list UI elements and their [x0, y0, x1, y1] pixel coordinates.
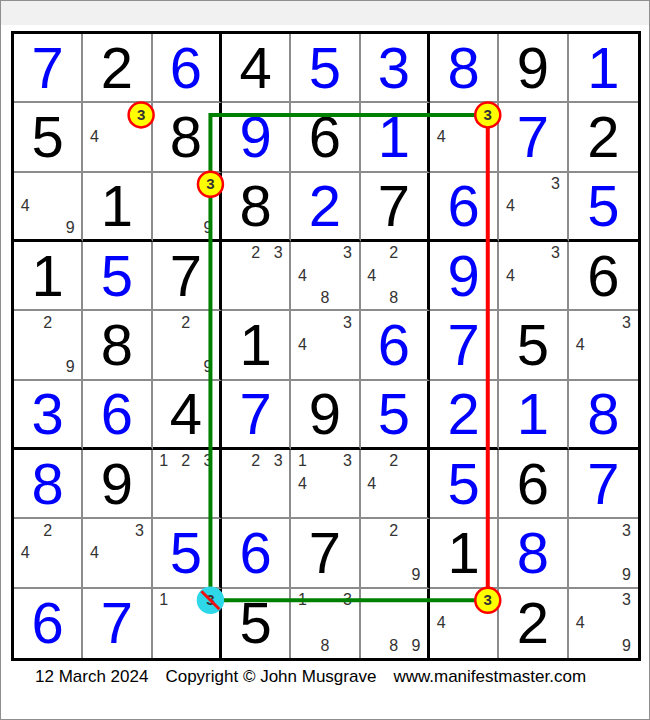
pencil-marks: 248	[361, 242, 427, 309]
candidate-3: 3	[197, 173, 219, 195]
cell-value: 7	[569, 450, 638, 517]
pencil-marks: 34	[430, 103, 497, 170]
cell-value: 9	[222, 103, 289, 170]
candidate-3: 3	[475, 103, 497, 125]
cell-value: 6	[83, 381, 150, 447]
pencil-marks: 23	[222, 450, 289, 517]
cell-r3c9[interactable]: 5	[569, 173, 638, 242]
cell-r2c2[interactable]: 34	[83, 103, 152, 172]
pencil-marks: 34	[499, 242, 566, 309]
cell-r3c1[interactable]: 49	[14, 173, 83, 242]
cell-value: 7	[14, 34, 81, 101]
cell-value: 6	[361, 311, 427, 378]
cell-r9c3[interactable]: 13	[153, 589, 222, 658]
candidate-3: 3	[475, 589, 497, 612]
sudoku-board: 7264538915348961347249139827634515723348…	[11, 31, 641, 661]
cell-r9c6[interactable]: 89	[361, 589, 430, 658]
pencil-marks: 13	[153, 589, 219, 658]
footer-copyright: Copyright © John Musgrave	[165, 667, 376, 687]
cell-r2c1[interactable]: 5	[14, 103, 83, 172]
cell-r2c4[interactable]: 9	[222, 103, 291, 172]
cell-r2c5[interactable]: 6	[291, 103, 360, 172]
candidate-4: 4	[14, 542, 36, 564]
cell-r8c4[interactable]: 6	[222, 519, 291, 588]
cell-value: 5	[83, 242, 150, 309]
cell-r8c7[interactable]: 1	[430, 519, 499, 588]
cell-value: 2	[430, 381, 497, 447]
cell-value: 8	[569, 381, 638, 447]
cell-r1c4[interactable]: 4	[222, 34, 291, 103]
candidate-3: 3	[615, 589, 638, 612]
candidate-9: 9	[615, 564, 638, 586]
cell-r2c3[interactable]: 8	[153, 103, 222, 172]
cell-r2c6[interactable]: 1	[361, 103, 430, 172]
cell-r3c8[interactable]: 34	[499, 173, 568, 242]
pencil-marks: 34	[291, 311, 358, 378]
candidate-3: 3	[336, 311, 358, 333]
cell-value: 9	[430, 242, 497, 309]
cell-r4c7[interactable]: 9	[430, 242, 499, 311]
cell-value: 6	[14, 589, 81, 658]
candidate-3: 3	[197, 589, 219, 612]
cell-value: 1	[569, 34, 638, 101]
cell-value: 6	[153, 34, 219, 101]
cell-r3c3[interactable]: 39	[153, 173, 222, 242]
candidate-3: 3	[615, 519, 638, 541]
pencil-marks: 123	[153, 450, 219, 517]
cell-r7c6[interactable]: 24	[361, 450, 430, 519]
footer-date: 12 March 2024	[35, 667, 148, 687]
cell-r7c8[interactable]: 6	[499, 450, 568, 519]
pencil-marks: 39	[569, 519, 638, 586]
cell-value: 8	[430, 34, 497, 101]
candidate-4: 4	[430, 612, 452, 635]
candidate-2: 2	[36, 519, 58, 541]
cell-r6c9[interactable]: 8	[569, 381, 638, 450]
cell-value: 2	[291, 173, 358, 239]
candidate-3: 3	[267, 450, 289, 472]
cell-r8c2[interactable]: 34	[83, 519, 152, 588]
cell-value: 2	[499, 589, 566, 658]
candidate-3: 3	[544, 173, 566, 195]
cell-r5c9[interactable]: 34	[569, 311, 638, 380]
footer-website: www.manifestmaster.com	[393, 667, 586, 687]
cell-r5c3[interactable]: 29	[153, 311, 222, 380]
cell-value: 6	[569, 242, 638, 309]
cell-r4c1[interactable]: 1	[14, 242, 83, 311]
candidate-2: 2	[383, 450, 405, 472]
pencil-marks: 348	[291, 242, 358, 309]
cell-r4c6[interactable]: 248	[361, 242, 430, 311]
cell-r3c4[interactable]: 8	[222, 173, 291, 242]
cell-value: 1	[430, 519, 497, 586]
cell-r1c6[interactable]: 3	[361, 34, 430, 103]
candidate-4: 4	[291, 334, 313, 356]
cell-value: 3	[361, 34, 427, 101]
candidate-3: 3	[267, 242, 289, 264]
candidate-2: 2	[175, 450, 197, 472]
pencil-marks: 29	[14, 311, 81, 378]
cell-r4c3[interactable]: 7	[153, 242, 222, 311]
candidate-9: 9	[405, 635, 427, 658]
candidate-9: 9	[405, 564, 427, 586]
footer: 12 March 2024 Copyright © John Musgrave …	[35, 667, 586, 687]
cell-r8c8[interactable]: 8	[499, 519, 568, 588]
cell-value: 9	[291, 381, 358, 447]
cell-value: 7	[499, 103, 566, 170]
pencil-marks: 349	[569, 589, 638, 658]
cell-value: 6	[291, 103, 358, 170]
cell-value: 1	[499, 381, 566, 447]
cell-r4c2[interactable]: 5	[83, 242, 152, 311]
cell-r9c8[interactable]: 2	[499, 589, 568, 658]
cell-value: 6	[430, 173, 497, 239]
cell-value: 4	[222, 34, 289, 101]
pencil-marks: 34	[83, 519, 150, 586]
pencil-marks: 34	[499, 173, 566, 239]
cell-r7c9[interactable]: 7	[569, 450, 638, 519]
pencil-marks: 134	[291, 450, 358, 517]
candidate-9: 9	[59, 217, 81, 239]
cell-r6c1[interactable]: 3	[14, 381, 83, 450]
page: 7264538915348961347249139827634515723348…	[0, 0, 650, 720]
candidate-1: 1	[153, 589, 175, 612]
cell-value: 8	[499, 519, 566, 586]
cell-r5c2[interactable]: 8	[83, 311, 152, 380]
pencil-marks: 34	[569, 311, 638, 378]
cell-value: 5	[153, 519, 219, 586]
cell-value: 7	[83, 589, 150, 658]
cell-r1c3[interactable]: 6	[153, 34, 222, 103]
candidate-1: 1	[291, 450, 313, 472]
candidate-3: 3	[615, 311, 638, 333]
candidate-9: 9	[197, 356, 219, 378]
cell-value: 8	[153, 103, 219, 170]
cell-value: 5	[222, 589, 289, 658]
cell-r7c5[interactable]: 134	[291, 450, 360, 519]
cell-value: 7	[430, 311, 497, 378]
pencil-marks: 29	[361, 519, 427, 586]
cell-r9c1[interactable]: 6	[14, 589, 83, 658]
cell-value: 9	[83, 450, 150, 517]
candidate-9: 9	[197, 217, 219, 239]
cell-r1c5[interactable]: 5	[291, 34, 360, 103]
candidate-9: 9	[59, 356, 81, 378]
cell-value: 7	[222, 381, 289, 447]
cell-value: 5	[14, 103, 81, 170]
cell-value: 6	[499, 450, 566, 517]
candidate-3: 3	[128, 519, 150, 541]
candidate-2: 2	[244, 242, 266, 264]
cell-r4c8[interactable]: 34	[499, 242, 568, 311]
cell-r5c1[interactable]: 29	[14, 311, 83, 380]
cell-r6c2[interactable]: 6	[83, 381, 152, 450]
cell-r8c6[interactable]: 29	[361, 519, 430, 588]
candidate-4: 4	[14, 195, 36, 217]
pencil-marks: 34	[83, 103, 150, 170]
candidate-2: 2	[175, 311, 197, 333]
candidate-8: 8	[314, 635, 336, 658]
candidate-3: 3	[544, 242, 566, 264]
candidate-3: 3	[128, 103, 150, 125]
cell-value: 1	[222, 311, 289, 378]
pencil-marks: 34	[430, 589, 497, 658]
cell-value: 7	[153, 242, 219, 309]
cell-value: 5	[361, 381, 427, 447]
cell-value: 9	[499, 34, 566, 101]
candidate-3: 3	[336, 242, 358, 264]
cell-r7c4[interactable]: 23	[222, 450, 291, 519]
cell-r7c1[interactable]: 8	[14, 450, 83, 519]
candidate-4: 4	[83, 126, 105, 148]
cell-r7c3[interactable]: 123	[153, 450, 222, 519]
cell-value: 1	[83, 173, 150, 239]
cell-value: 4	[153, 381, 219, 447]
cell-value: 7	[291, 519, 358, 586]
candidate-4: 4	[361, 472, 383, 494]
cell-value: 8	[222, 173, 289, 239]
cell-r3c2[interactable]: 1	[83, 173, 152, 242]
cell-r5c5[interactable]: 34	[291, 311, 360, 380]
cell-r7c2[interactable]: 9	[83, 450, 152, 519]
cell-r3c5[interactable]: 2	[291, 173, 360, 242]
candidate-1: 1	[153, 450, 175, 472]
cell-r8c1[interactable]: 24	[14, 519, 83, 588]
candidate-2: 2	[244, 450, 266, 472]
cell-r5c8[interactable]: 5	[499, 311, 568, 380]
cell-value: 2	[569, 103, 638, 170]
candidate-4: 4	[430, 126, 452, 148]
candidate-4: 4	[499, 264, 521, 286]
cell-r8c9[interactable]: 39	[569, 519, 638, 588]
cell-value: 8	[14, 450, 81, 517]
cell-r5c7[interactable]: 7	[430, 311, 499, 380]
candidate-4: 4	[291, 472, 313, 494]
cell-r4c4[interactable]: 23	[222, 242, 291, 311]
cell-value: 3	[14, 381, 81, 447]
candidate-4: 4	[569, 612, 592, 635]
cell-value: 7	[361, 173, 427, 239]
candidate-9: 9	[615, 635, 638, 658]
cell-r6c7[interactable]: 2	[430, 381, 499, 450]
candidate-4: 4	[499, 195, 521, 217]
cell-r8c5[interactable]: 7	[291, 519, 360, 588]
cell-value: 5	[499, 311, 566, 378]
candidate-8: 8	[314, 287, 336, 309]
pencil-marks: 138	[291, 589, 358, 658]
pencil-marks: 39	[153, 173, 219, 239]
cell-r7c7[interactable]: 5	[430, 450, 499, 519]
cell-value: 2	[83, 34, 150, 101]
cell-r2c7[interactable]: 34	[430, 103, 499, 172]
cell-r2c8[interactable]: 7	[499, 103, 568, 172]
candidate-2: 2	[383, 242, 405, 264]
cell-r1c8[interactable]: 9	[499, 34, 568, 103]
cell-r5c6[interactable]: 6	[361, 311, 430, 380]
cell-r6c5[interactable]: 9	[291, 381, 360, 450]
cell-r9c9[interactable]: 349	[569, 589, 638, 658]
window-top-strip	[1, 1, 649, 25]
cell-r5c4[interactable]: 1	[222, 311, 291, 380]
candidate-3: 3	[336, 450, 358, 472]
cell-r6c8[interactable]: 1	[499, 381, 568, 450]
cell-r6c3[interactable]: 4	[153, 381, 222, 450]
cell-value: 1	[14, 242, 81, 309]
cell-r3c7[interactable]: 6	[430, 173, 499, 242]
candidate-2: 2	[36, 311, 58, 333]
candidate-4: 4	[83, 542, 105, 564]
pencil-marks: 89	[361, 589, 427, 658]
candidate-1: 1	[291, 589, 313, 612]
cell-value: 8	[83, 311, 150, 378]
cell-value: 6	[222, 519, 289, 586]
cell-r6c6[interactable]: 5	[361, 381, 430, 450]
pencil-marks: 49	[14, 173, 81, 239]
cell-r1c7[interactable]: 8	[430, 34, 499, 103]
cell-r9c2[interactable]: 7	[83, 589, 152, 658]
cell-r9c4[interactable]: 5	[222, 589, 291, 658]
pencil-marks: 23	[222, 242, 289, 309]
cell-r2c9[interactable]: 2	[569, 103, 638, 172]
pencil-marks: 29	[153, 311, 219, 378]
cell-r9c7[interactable]: 34	[430, 589, 499, 658]
candidate-8: 8	[383, 287, 405, 309]
cell-r8c3[interactable]: 5	[153, 519, 222, 588]
cell-value: 5	[291, 34, 358, 101]
cell-r1c1[interactable]: 7	[14, 34, 83, 103]
cell-r6c4[interactable]: 7	[222, 381, 291, 450]
cell-value: 5	[430, 450, 497, 517]
candidate-4: 4	[361, 264, 383, 286]
candidate-3: 3	[336, 589, 358, 612]
candidate-2: 2	[383, 519, 405, 541]
candidate-4: 4	[569, 334, 592, 356]
pencil-marks: 24	[14, 519, 81, 586]
cell-value: 1	[361, 103, 427, 170]
cell-r1c9[interactable]: 1	[569, 34, 638, 103]
cell-r4c5[interactable]: 348	[291, 242, 360, 311]
pencil-marks: 24	[361, 450, 427, 517]
cell-r4c9[interactable]: 6	[569, 242, 638, 311]
cell-r1c2[interactable]: 2	[83, 34, 152, 103]
candidate-8: 8	[383, 635, 405, 658]
cell-r9c5[interactable]: 138	[291, 589, 360, 658]
cell-value: 5	[569, 173, 638, 239]
candidate-3: 3	[197, 450, 219, 472]
cell-r3c6[interactable]: 7	[361, 173, 430, 242]
candidate-4: 4	[291, 264, 313, 286]
